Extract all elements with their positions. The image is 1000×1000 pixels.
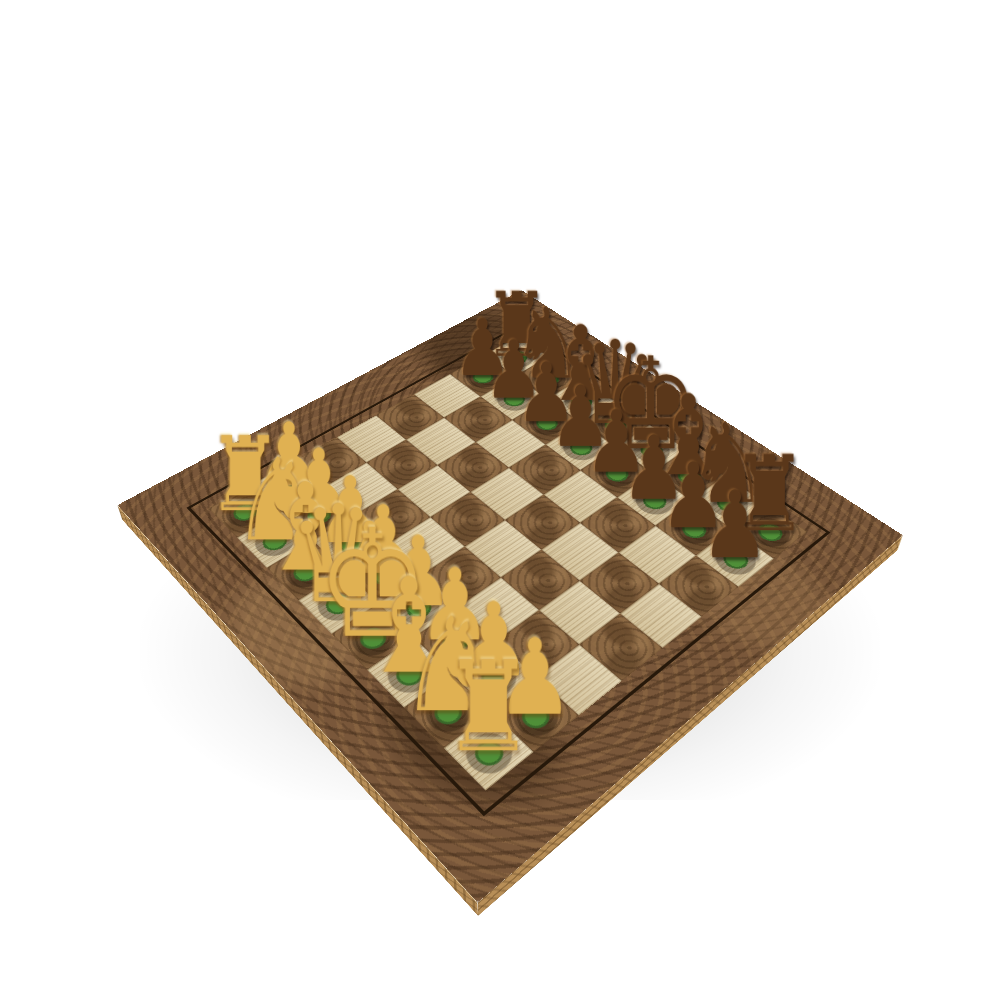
- chess-scene: ♜♞♝♛♚♝♞♜♟♟♟♟♟♟♟♟♟♟♟♟♟♟♟♟♜♞♝♛♚♝♞♜: [227, 242, 783, 798]
- piece-black-pawn-h7[interactable]: ♟: [650, 478, 819, 571]
- chess-board: ♜♞♝♛♚♝♞♜♟♟♟♟♟♟♟♟♟♟♟♟♟♟♟♟♜♞♝♛♚♝♞♜: [117, 290, 902, 903]
- board-frame: ♜♞♝♛♚♝♞♜♟♟♟♟♟♟♟♟♟♟♟♟♟♟♟♟♜♞♝♛♚♝♞♜: [117, 290, 902, 903]
- piece-white-rook-h1[interactable]: ♜: [390, 644, 587, 769]
- board-grid: ♜♞♝♛♚♝♞♜♟♟♟♟♟♟♟♟♟♟♟♟♟♟♟♟♜♞♝♛♚♝♞♜: [209, 336, 808, 791]
- board-inlay-line: ♜♞♝♛♚♝♞♜♟♟♟♟♟♟♟♟♟♟♟♟♟♟♟♟♜♞♝♛♚♝♞♜: [186, 324, 830, 816]
- square-h1[interactable]: ♜: [444, 712, 534, 791]
- product-photo-stage: ♜♞♝♛♚♝♞♜♟♟♟♟♟♟♟♟♟♟♟♟♟♟♟♟♜♞♝♛♚♝♞♜: [0, 0, 1000, 1000]
- square-h7[interactable]: ♟: [696, 529, 774, 587]
